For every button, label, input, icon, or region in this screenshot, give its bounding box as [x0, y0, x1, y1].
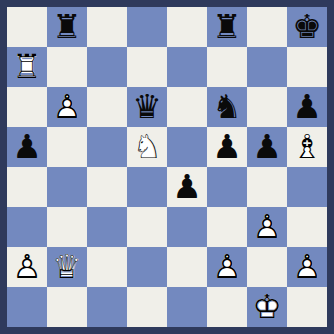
square-f7[interactable] [207, 47, 247, 87]
square-g1[interactable]: ♚♔ [247, 287, 287, 327]
square-a6[interactable] [7, 87, 47, 127]
square-b5[interactable] [47, 127, 87, 167]
white-pawn-icon[interactable]: ♟♙ [247, 207, 287, 247]
square-d1[interactable] [127, 287, 167, 327]
square-d3[interactable] [127, 207, 167, 247]
white-knight-icon[interactable]: ♞♘ [127, 127, 167, 167]
square-g2[interactable] [247, 247, 287, 287]
white-king-icon[interactable]: ♚♔ [247, 287, 287, 327]
black-pawn-icon[interactable]: ♟ [167, 167, 207, 207]
white-pawn-icon[interactable]: ♟♙ [207, 247, 247, 287]
square-e4[interactable]: ♟ [167, 167, 207, 207]
square-b6[interactable]: ♟♙ [47, 87, 87, 127]
chess-board: ♜♜♚♜♖♟♙♛♞♟♟♞♘♟♟♝♗♟♟♙♟♙♛♕♟♙♟♙♚♔ [7, 7, 327, 327]
square-a7[interactable]: ♜♖ [7, 47, 47, 87]
black-king-icon[interactable]: ♚ [287, 7, 327, 47]
square-f3[interactable] [207, 207, 247, 247]
square-d7[interactable] [127, 47, 167, 87]
square-e6[interactable] [167, 87, 207, 127]
square-e3[interactable] [167, 207, 207, 247]
square-h5[interactable]: ♝♗ [287, 127, 327, 167]
square-d5[interactable]: ♞♘ [127, 127, 167, 167]
square-b8[interactable]: ♜ [47, 7, 87, 47]
square-b4[interactable] [47, 167, 87, 207]
square-a5[interactable]: ♟ [7, 127, 47, 167]
square-g6[interactable] [247, 87, 287, 127]
square-f2[interactable]: ♟♙ [207, 247, 247, 287]
square-h2[interactable]: ♟♙ [287, 247, 327, 287]
square-e5[interactable] [167, 127, 207, 167]
square-h1[interactable] [287, 287, 327, 327]
square-a4[interactable] [7, 167, 47, 207]
square-d8[interactable] [127, 7, 167, 47]
square-g4[interactable] [247, 167, 287, 207]
square-c5[interactable] [87, 127, 127, 167]
black-knight-icon[interactable]: ♞ [207, 87, 247, 127]
black-pawn-icon[interactable]: ♟ [207, 127, 247, 167]
square-f6[interactable]: ♞ [207, 87, 247, 127]
square-b7[interactable] [47, 47, 87, 87]
square-c6[interactable] [87, 87, 127, 127]
black-rook-icon[interactable]: ♜ [47, 7, 87, 47]
square-c2[interactable] [87, 247, 127, 287]
square-f1[interactable] [207, 287, 247, 327]
square-g3[interactable]: ♟♙ [247, 207, 287, 247]
black-pawn-icon[interactable]: ♟ [7, 127, 47, 167]
square-f8[interactable]: ♜ [207, 7, 247, 47]
square-f4[interactable] [207, 167, 247, 207]
white-pawn-icon[interactable]: ♟♙ [7, 247, 47, 287]
square-a8[interactable] [7, 7, 47, 47]
square-c1[interactable] [87, 287, 127, 327]
square-a3[interactable] [7, 207, 47, 247]
board-frame: ♜♜♚♜♖♟♙♛♞♟♟♞♘♟♟♝♗♟♟♙♟♙♛♕♟♙♟♙♚♔ [0, 0, 334, 334]
white-pawn-icon[interactable]: ♟♙ [287, 247, 327, 287]
square-h7[interactable] [287, 47, 327, 87]
square-e7[interactable] [167, 47, 207, 87]
black-queen-icon[interactable]: ♛ [127, 87, 167, 127]
square-a1[interactable] [7, 287, 47, 327]
square-b1[interactable] [47, 287, 87, 327]
square-d2[interactable] [127, 247, 167, 287]
black-pawn-icon[interactable]: ♟ [247, 127, 287, 167]
square-c4[interactable] [87, 167, 127, 207]
white-pawn-icon[interactable]: ♟♙ [47, 87, 87, 127]
square-h6[interactable]: ♟ [287, 87, 327, 127]
square-b3[interactable] [47, 207, 87, 247]
square-c3[interactable] [87, 207, 127, 247]
square-a2[interactable]: ♟♙ [7, 247, 47, 287]
square-g7[interactable] [247, 47, 287, 87]
square-h3[interactable] [287, 207, 327, 247]
square-b2[interactable]: ♛♕ [47, 247, 87, 287]
square-c8[interactable] [87, 7, 127, 47]
white-queen-icon[interactable]: ♛♕ [47, 247, 87, 287]
square-g8[interactable] [247, 7, 287, 47]
square-e1[interactable] [167, 287, 207, 327]
square-h8[interactable]: ♚ [287, 7, 327, 47]
white-bishop-icon[interactable]: ♝♗ [287, 127, 327, 167]
square-h4[interactable] [287, 167, 327, 207]
square-g5[interactable]: ♟ [247, 127, 287, 167]
square-f5[interactable]: ♟ [207, 127, 247, 167]
black-pawn-icon[interactable]: ♟ [287, 87, 327, 127]
black-rook-icon[interactable]: ♜ [207, 7, 247, 47]
white-rook-icon[interactable]: ♜♖ [7, 47, 47, 87]
square-d4[interactable] [127, 167, 167, 207]
square-d6[interactable]: ♛ [127, 87, 167, 127]
square-c7[interactable] [87, 47, 127, 87]
square-e2[interactable] [167, 247, 207, 287]
square-e8[interactable] [167, 7, 207, 47]
